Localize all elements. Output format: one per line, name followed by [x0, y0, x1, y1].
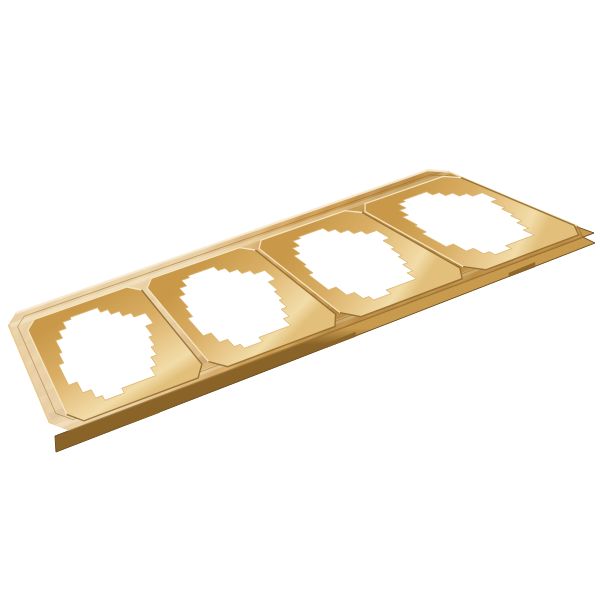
- product-photo: [0, 0, 600, 600]
- switch-frame-photo: [0, 0, 600, 600]
